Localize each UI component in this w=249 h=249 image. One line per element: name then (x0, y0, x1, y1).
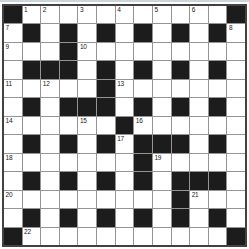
black-cell-r8c8 (134, 135, 152, 152)
black-cell-r6c4 (60, 98, 78, 115)
cell-r6c13[interactable] (227, 98, 245, 115)
cell-r7c9[interactable] (153, 117, 171, 134)
cell-r9c4[interactable] (60, 154, 78, 171)
cell-r12c13[interactable] (227, 209, 245, 226)
clue-number-12: 12 (43, 81, 50, 88)
cell-r12c9[interactable] (153, 209, 171, 226)
cell-r5c8[interactable] (134, 80, 152, 97)
cell-r9c12[interactable] (209, 154, 227, 171)
cell-r9c5[interactable] (78, 154, 96, 171)
black-cell-r8c6 (97, 135, 115, 152)
black-cell-r2c12 (209, 24, 227, 41)
crossword-board: 12345678910111213141516171819202122 (2, 4, 247, 247)
cell-r2c1[interactable]: 7 (4, 24, 22, 41)
black-cell-r4c4 (60, 61, 78, 78)
cell-r4c13[interactable] (227, 61, 245, 78)
black-cell-r12c12 (209, 209, 227, 226)
clue-number-14: 14 (6, 118, 13, 125)
black-cell-r10c6 (97, 172, 115, 189)
cell-r1c3[interactable]: 2 (41, 6, 59, 23)
cell-r3c9[interactable] (153, 43, 171, 60)
black-cell-r12c4 (60, 209, 78, 226)
cell-r3c5[interactable]: 10 (78, 43, 96, 60)
cell-r10c1[interactable] (4, 172, 22, 189)
cell-r11c2[interactable] (23, 191, 41, 208)
cell-r5c2[interactable] (23, 80, 41, 97)
cell-r1c6[interactable] (97, 6, 115, 23)
cell-r11c5[interactable] (78, 191, 96, 208)
cell-r7c11[interactable] (190, 117, 208, 134)
clue-number-3: 3 (80, 7, 83, 14)
cell-r13c6[interactable] (97, 228, 115, 245)
cell-r13c3[interactable] (41, 228, 59, 245)
cell-r3c1[interactable]: 9 (4, 43, 22, 60)
cell-r3c7[interactable] (116, 43, 134, 60)
cell-r12c3[interactable] (41, 209, 59, 226)
cell-r1c8[interactable] (134, 6, 152, 23)
cell-r10c9[interactable] (153, 172, 171, 189)
cell-r11c11[interactable]: 21 (190, 191, 208, 208)
cell-r9c2[interactable] (23, 154, 41, 171)
black-cell-r4c3 (41, 61, 59, 78)
black-cell-r4c10 (172, 61, 190, 78)
page-top-strip (0, 0, 249, 2)
clue-number-15: 15 (80, 118, 87, 125)
black-cell-r5c6 (97, 80, 115, 97)
cell-r11c6[interactable] (97, 191, 115, 208)
clue-number-7: 7 (6, 25, 9, 32)
black-cell-r6c2 (23, 98, 41, 115)
cell-r5c1[interactable]: 11 (4, 80, 22, 97)
clue-number-13: 13 (117, 81, 124, 88)
cell-r5c12[interactable] (209, 80, 227, 97)
cell-r10c3[interactable] (41, 172, 59, 189)
clue-number-4: 4 (117, 7, 120, 14)
black-cell-r2c2 (23, 24, 41, 41)
cell-r11c8[interactable] (134, 191, 152, 208)
cell-r6c3[interactable] (41, 98, 59, 115)
cell-r5c7[interactable]: 13 (116, 80, 134, 97)
cell-r3c8[interactable] (134, 43, 152, 60)
cell-r7c2[interactable] (23, 117, 41, 134)
cell-r8c1[interactable] (4, 135, 22, 152)
cell-r9c3[interactable] (41, 154, 59, 171)
black-cell-r6c12 (209, 98, 227, 115)
black-cell-r6c8 (134, 98, 152, 115)
cell-r9c7[interactable] (116, 154, 134, 171)
cell-r12c1[interactable] (4, 209, 22, 226)
black-cell-r2c6 (97, 24, 115, 41)
cell-r2c13[interactable]: 8 (227, 24, 245, 41)
cell-r11c3[interactable] (41, 191, 59, 208)
black-cell-r6c10 (172, 98, 190, 115)
clue-number-20: 20 (6, 192, 13, 199)
black-cell-r12c10 (172, 209, 190, 226)
cell-r7c4[interactable] (60, 117, 78, 134)
cell-r10c13[interactable] (227, 172, 245, 189)
crossword-page: 12345678910111213141516171819202122 (0, 0, 249, 249)
cell-r10c7[interactable] (116, 172, 134, 189)
cell-r2c5[interactable] (78, 24, 96, 41)
black-cell-r10c11 (190, 172, 208, 189)
cell-r1c9[interactable]: 5 (153, 6, 171, 23)
cell-r8c13[interactable] (227, 135, 245, 152)
cell-r12c7[interactable] (116, 209, 134, 226)
cell-r4c1[interactable] (4, 61, 22, 78)
cell-r7c13[interactable] (227, 117, 245, 134)
cell-r12c5[interactable] (78, 209, 96, 226)
cell-r5c4[interactable] (60, 80, 78, 97)
cell-r7c3[interactable] (41, 117, 59, 134)
cell-r13c9[interactable] (153, 228, 171, 245)
cell-r3c6[interactable] (97, 43, 115, 60)
black-cell-r9c8 (134, 154, 152, 171)
black-cell-r13c13 (227, 228, 245, 245)
cell-r1c5[interactable]: 3 (78, 6, 96, 23)
black-cell-r1c1 (4, 6, 22, 23)
black-cell-r4c8 (134, 61, 152, 78)
cell-r5c11[interactable] (190, 80, 208, 97)
cell-r8c3[interactable] (41, 135, 59, 152)
cell-r7c5[interactable]: 15 (78, 117, 96, 134)
cell-r5c9[interactable] (153, 80, 171, 97)
black-cell-r10c12 (209, 172, 227, 189)
black-cell-r10c10 (172, 172, 190, 189)
clue-number-17: 17 (117, 136, 124, 143)
clue-number-11: 11 (6, 81, 12, 88)
cell-r7c12[interactable] (209, 117, 227, 134)
black-cell-r4c12 (209, 61, 227, 78)
black-cell-r1c13 (227, 6, 245, 23)
cell-r11c7[interactable] (116, 191, 134, 208)
cell-r3c12[interactable] (209, 43, 227, 60)
black-cell-r7c7 (116, 117, 134, 134)
cell-r4c7[interactable] (116, 61, 134, 78)
cell-r13c5[interactable] (78, 228, 96, 245)
clue-number-19: 19 (154, 155, 161, 162)
clue-number-9: 9 (6, 44, 9, 51)
cell-r13c12[interactable] (209, 228, 227, 245)
black-cell-r8c10 (172, 135, 190, 152)
cell-r1c2[interactable]: 1 (23, 6, 41, 23)
black-cell-r8c9 (153, 135, 171, 152)
cell-r11c1[interactable]: 20 (4, 191, 22, 208)
black-cell-r4c6 (97, 61, 115, 78)
black-cell-r12c6 (97, 209, 115, 226)
cell-r3c11[interactable] (190, 43, 208, 60)
cell-r13c10[interactable] (172, 228, 190, 245)
cell-r1c7[interactable]: 4 (116, 6, 134, 23)
cell-r9c13[interactable] (227, 154, 245, 171)
cell-r7c1[interactable]: 14 (4, 117, 22, 134)
cell-r11c13[interactable] (227, 191, 245, 208)
cell-r9c9[interactable]: 19 (153, 154, 171, 171)
cell-r10c5[interactable] (78, 172, 96, 189)
cell-r7c8[interactable]: 16 (134, 117, 152, 134)
cell-r8c5[interactable] (78, 135, 96, 152)
black-cell-r6c6 (97, 98, 115, 115)
cell-r12c11[interactable] (190, 209, 208, 226)
cell-r6c9[interactable] (153, 98, 171, 115)
cell-r7c6[interactable] (97, 117, 115, 134)
black-cell-r8c4 (60, 135, 78, 152)
cell-r13c7[interactable] (116, 228, 134, 245)
cell-r11c12[interactable] (209, 191, 227, 208)
black-cell-r10c8 (134, 172, 152, 189)
cell-r4c11[interactable] (190, 61, 208, 78)
clue-number-16: 16 (136, 118, 143, 125)
black-cell-r4c2 (23, 61, 41, 78)
clue-number-8: 8 (229, 25, 232, 32)
cell-r1c12[interactable] (209, 6, 227, 23)
cell-r4c9[interactable] (153, 61, 171, 78)
cell-r13c8[interactable] (134, 228, 152, 245)
cell-r6c11[interactable] (190, 98, 208, 115)
black-cell-r3c4 (60, 43, 78, 60)
cell-r9c6[interactable] (97, 154, 115, 171)
black-cell-r12c2 (23, 209, 41, 226)
cell-r5c10[interactable] (172, 80, 190, 97)
clue-number-6: 6 (192, 7, 195, 14)
cell-r8c7[interactable]: 17 (116, 135, 134, 152)
clue-number-2: 2 (43, 7, 46, 14)
cell-r9c1[interactable]: 18 (4, 154, 22, 171)
black-cell-r10c2 (23, 172, 41, 189)
cell-r8c11[interactable] (190, 135, 208, 152)
cell-r13c2[interactable]: 22 (23, 228, 41, 245)
cell-r7c10[interactable] (172, 117, 190, 134)
cell-r9c10[interactable] (172, 154, 190, 171)
cell-r3c3[interactable] (41, 43, 59, 60)
black-cell-r8c12 (209, 135, 227, 152)
clue-number-1: 1 (24, 7, 27, 14)
cell-r3c10[interactable] (172, 43, 190, 60)
cell-r2c3[interactable] (41, 24, 59, 41)
cell-r5c5[interactable] (78, 80, 96, 97)
cell-r2c11[interactable] (190, 24, 208, 41)
clue-number-22: 22 (24, 229, 31, 236)
cell-r9c11[interactable] (190, 154, 208, 171)
cell-r13c4[interactable] (60, 228, 78, 245)
black-cell-r2c4 (60, 24, 78, 41)
cell-r11c4[interactable] (60, 191, 78, 208)
clue-number-18: 18 (6, 155, 13, 162)
cell-r1c11[interactable]: 6 (190, 6, 208, 23)
cell-r2c9[interactable] (153, 24, 171, 41)
cell-r6c1[interactable] (4, 98, 22, 115)
black-cell-r13c1 (4, 228, 22, 245)
black-cell-r10c4 (60, 172, 78, 189)
black-cell-r6c5 (78, 98, 96, 115)
black-cell-r11c10 (172, 191, 190, 208)
cell-r2c7[interactable] (116, 24, 134, 41)
clue-number-5: 5 (154, 7, 157, 14)
cell-r11c9[interactable] (153, 191, 171, 208)
black-cell-r12c8 (134, 209, 152, 226)
cell-r5c13[interactable] (227, 80, 245, 97)
cell-r3c13[interactable] (227, 43, 245, 60)
cell-r1c10[interactable] (172, 6, 190, 23)
black-cell-r2c10 (172, 24, 190, 41)
cell-r6c7[interactable] (116, 98, 134, 115)
cell-r4c5[interactable] (78, 61, 96, 78)
clue-number-21: 21 (192, 192, 199, 199)
cell-r1c4[interactable] (60, 6, 78, 23)
cell-r3c2[interactable] (23, 43, 41, 60)
cell-r13c11[interactable] (190, 228, 208, 245)
black-cell-r8c2 (23, 135, 41, 152)
black-cell-r2c8 (134, 24, 152, 41)
clue-number-10: 10 (80, 44, 87, 51)
cell-r5c3[interactable]: 12 (41, 80, 59, 97)
